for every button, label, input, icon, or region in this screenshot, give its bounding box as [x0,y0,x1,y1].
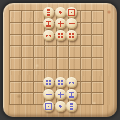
board-cell[interactable] [91,45,103,57]
board-cell[interactable] [21,45,33,57]
piece-blue-stripes[interactable] [66,101,77,112]
board-cell[interactable] [9,92,21,104]
board-cell[interactable] [44,57,56,69]
board-cell[interactable] [9,45,21,57]
board-cell[interactable] [21,69,33,81]
grid-icon [57,32,64,39]
board-cell[interactable] [80,81,92,93]
board-cell[interactable] [68,57,80,69]
board-cell[interactable] [9,10,21,22]
board-cell[interactable] [21,10,33,22]
board-cell[interactable] [21,92,33,104]
board-cell[interactable] [56,57,68,69]
board-cell[interactable] [91,57,103,69]
board-cell[interactable] [80,92,92,104]
board-cell[interactable] [56,45,68,57]
piece-red-box-dot[interactable] [66,7,77,18]
board-cell[interactable] [21,57,33,69]
board-cell[interactable] [80,34,92,46]
piece-red-dot2[interactable] [43,30,54,41]
piece-blue-grid[interactable] [55,77,66,88]
board-cell[interactable] [80,45,92,57]
piece-blue-beam[interactable] [66,89,77,100]
beam-icon [68,91,75,98]
plus-icon [57,91,64,98]
board-cell[interactable] [91,69,103,81]
piece-red-plus[interactable] [55,18,66,29]
plus-icon [57,20,64,27]
board-cell[interactable] [21,34,33,46]
piece-red-beam[interactable] [43,18,54,29]
piece-blue-plus[interactable] [55,89,66,100]
box-dot-icon [45,103,52,110]
piece-blue-dot4[interactable] [43,77,54,88]
dot2-icon [68,79,75,86]
board-cell[interactable] [80,69,92,81]
piece-blue-box-dot[interactable] [43,101,54,112]
stripes-icon [68,103,75,110]
board-cell[interactable] [91,34,103,46]
board-cell[interactable] [80,22,92,34]
minus-icon [68,20,75,27]
board-cell[interactable] [21,81,33,93]
box-dot-icon [68,9,75,16]
dot4-icon [45,79,52,86]
board-cell[interactable] [33,69,45,81]
board-cell[interactable] [80,57,92,69]
board-cell[interactable] [33,45,45,57]
board-cell[interactable] [68,45,80,57]
piece-red-grid[interactable] [55,30,66,41]
board-cell[interactable] [9,81,21,93]
piece-blue-dot1[interactable] [55,101,66,112]
dot4-icon [68,32,75,39]
board-cell[interactable] [9,22,21,34]
dot1-icon [57,103,64,110]
board-cell[interactable] [91,10,103,22]
minus-icon [45,91,52,98]
piece-red-dot1[interactable] [55,7,66,18]
board-cell[interactable] [91,92,103,104]
beam-icon [45,20,52,27]
grid-icon [57,79,64,86]
piece-blue-minus[interactable] [43,89,54,100]
stripes-icon [45,9,52,16]
board-cell[interactable] [21,22,33,34]
board-cell[interactable] [9,69,21,81]
board-cell[interactable] [91,81,103,93]
board-cell[interactable] [91,22,103,34]
board-cell[interactable] [9,57,21,69]
dot1-icon [57,9,64,16]
board-cell[interactable] [44,45,56,57]
board-cell[interactable] [80,10,92,22]
board-cell[interactable] [9,34,21,46]
dot2-icon [45,32,52,39]
piece-red-stripes[interactable] [43,7,54,18]
game-screenshot [0,0,120,120]
board-cell[interactable] [33,57,45,69]
